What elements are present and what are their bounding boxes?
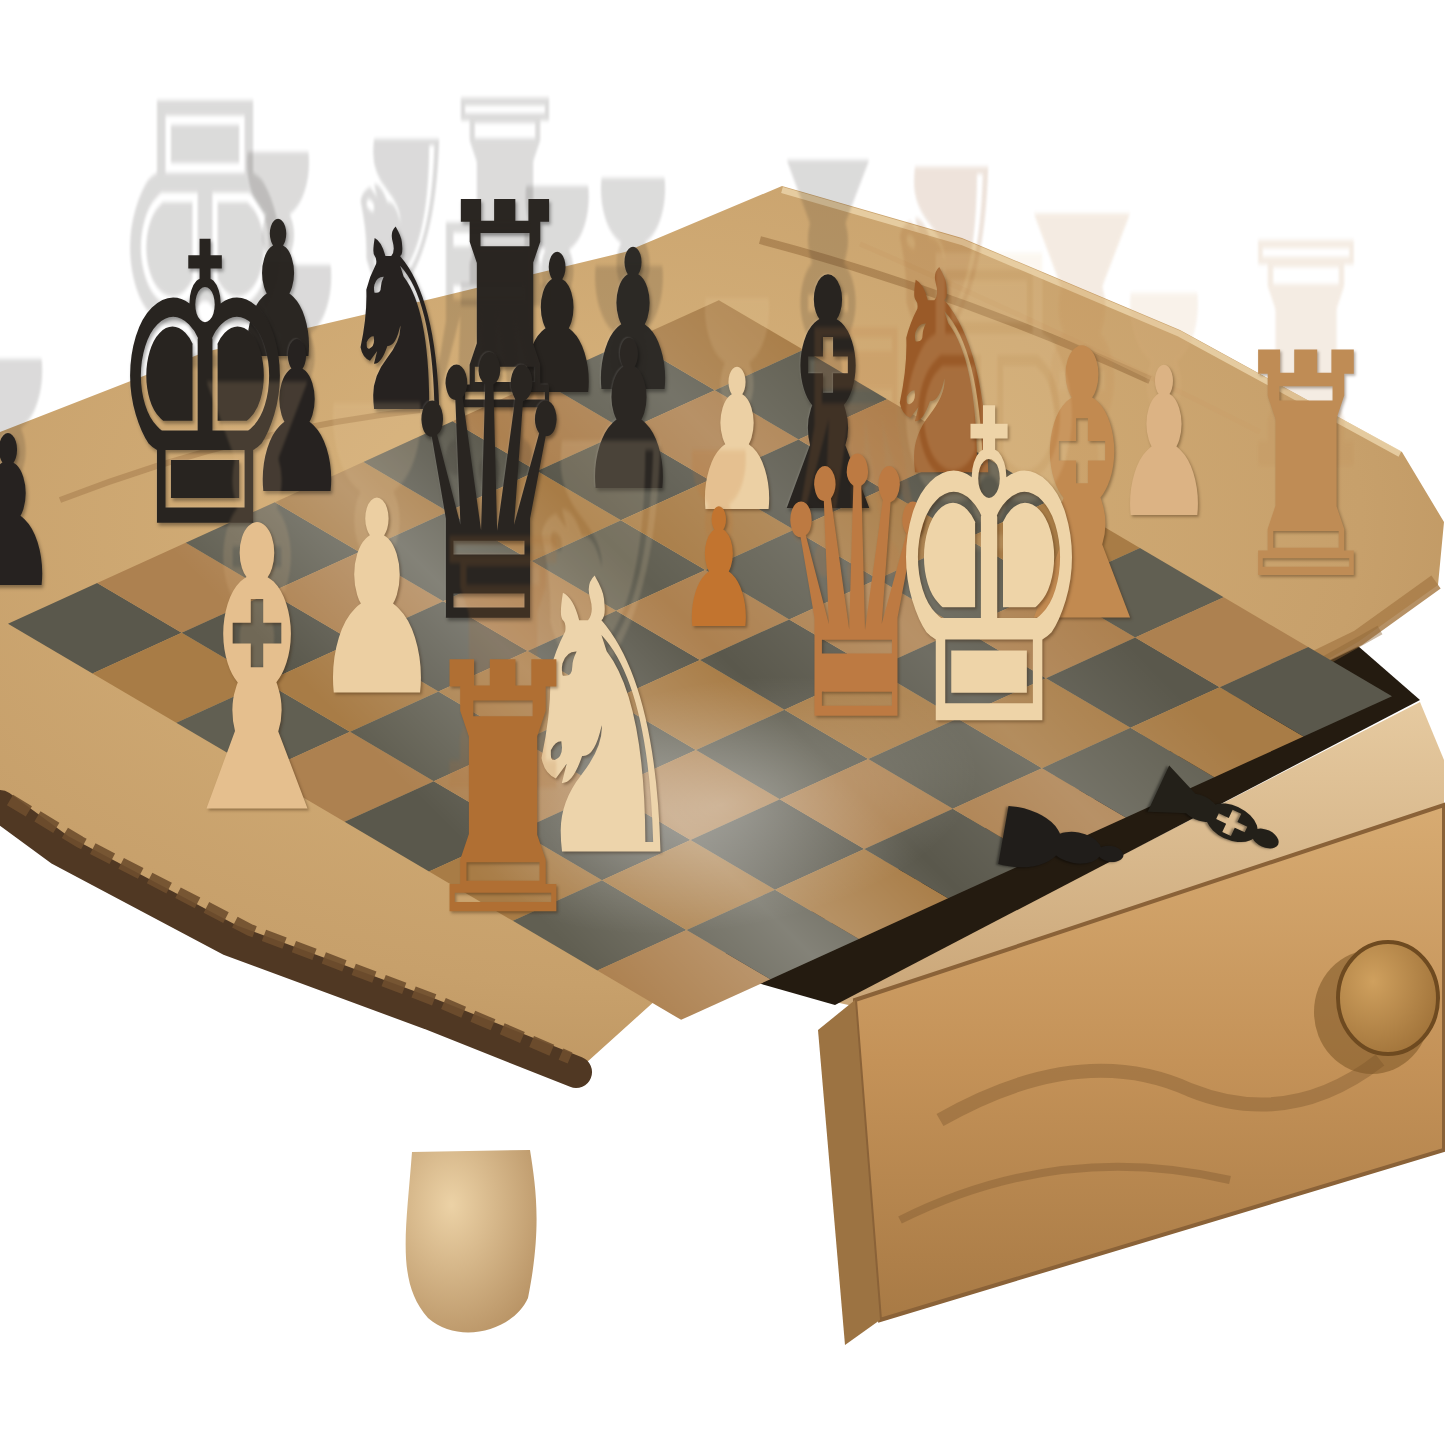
piece-white-king-f5[interactable]: ♚ <box>883 356 1096 787</box>
piece-white-rook-h5[interactable]: ♜ <box>1230 314 1382 623</box>
piece-black-pawn-e7[interactable]: ♟ <box>578 314 680 520</box>
photo-stage: ♟♝♟♟♟♟♟♟♜♜♞♞♞♞♟♟♟♟♝♝♟♟♚♚♟♟♜♜♟♟♛♛♝♝♟♟♟♟♛♛… <box>0 0 1445 1445</box>
piece-white-bishop-b3[interactable]: ♝ <box>160 476 353 868</box>
piece-black-pawn-a6[interactable]: ♟ <box>0 409 59 617</box>
piece-white-rook-c3[interactable]: ♜ <box>418 619 588 964</box>
